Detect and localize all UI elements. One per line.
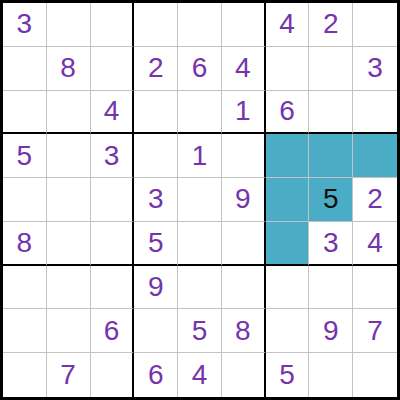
cell-r6c8[interactable]: 3: [309, 222, 353, 266]
cell-r1c6[interactable]: [222, 3, 266, 47]
cell-r9c3[interactable]: [91, 353, 135, 397]
cell-r6c2[interactable]: [47, 222, 91, 266]
cell-r8c8[interactable]: 9: [309, 309, 353, 353]
cell-r5c9[interactable]: 2: [353, 178, 397, 222]
cell-r2c5[interactable]: 6: [178, 47, 222, 91]
cell-r8c9[interactable]: 7: [353, 309, 397, 353]
cell-r7c6[interactable]: [222, 266, 266, 310]
cell-r6c7[interactable]: [266, 222, 310, 266]
cell-r4c6[interactable]: [222, 134, 266, 178]
sudoku-board: 34282643416531395285349658977645: [0, 0, 400, 400]
cell-r8c6[interactable]: 8: [222, 309, 266, 353]
cell-r9c8[interactable]: [309, 353, 353, 397]
cell-r5c4[interactable]: 3: [134, 178, 178, 222]
cell-r6c1[interactable]: 8: [3, 222, 47, 266]
cell-r5c6[interactable]: 9: [222, 178, 266, 222]
cell-r1c9[interactable]: [353, 3, 397, 47]
cell-r3c9[interactable]: [353, 91, 397, 135]
cell-r4c8[interactable]: [309, 134, 353, 178]
cell-r2c6[interactable]: 4: [222, 47, 266, 91]
cell-r4c1[interactable]: 5: [3, 134, 47, 178]
cell-r7c5[interactable]: [178, 266, 222, 310]
cell-r2c4[interactable]: 2: [134, 47, 178, 91]
cell-r4c3[interactable]: 3: [91, 134, 135, 178]
cell-r2c3[interactable]: [91, 47, 135, 91]
cell-r3c6[interactable]: 1: [222, 91, 266, 135]
cell-r9c5[interactable]: 4: [178, 353, 222, 397]
cell-r9c4[interactable]: 6: [134, 353, 178, 397]
cell-r6c9[interactable]: 4: [353, 222, 397, 266]
cell-r5c1[interactable]: [3, 178, 47, 222]
cell-r1c2[interactable]: [47, 3, 91, 47]
cell-r2c8[interactable]: [309, 47, 353, 91]
cell-r4c2[interactable]: [47, 134, 91, 178]
cell-r7c1[interactable]: [3, 266, 47, 310]
cell-r2c9[interactable]: 3: [353, 47, 397, 91]
cell-r7c8[interactable]: [309, 266, 353, 310]
cell-r8c4[interactable]: [134, 309, 178, 353]
cell-r3c2[interactable]: [47, 91, 91, 135]
cell-r1c8[interactable]: 2: [309, 3, 353, 47]
cell-r8c1[interactable]: [3, 309, 47, 353]
cell-r3c1[interactable]: [3, 91, 47, 135]
cell-r8c2[interactable]: [47, 309, 91, 353]
cell-r9c2[interactable]: 7: [47, 353, 91, 397]
cell-r5c8[interactable]: 5: [309, 178, 353, 222]
cell-r5c5[interactable]: [178, 178, 222, 222]
cell-r7c4[interactable]: 9: [134, 266, 178, 310]
cell-r3c3[interactable]: 4: [91, 91, 135, 135]
cell-r5c3[interactable]: [91, 178, 135, 222]
cell-r3c4[interactable]: [134, 91, 178, 135]
cell-r3c5[interactable]: [178, 91, 222, 135]
cell-r1c5[interactable]: [178, 3, 222, 47]
cell-r5c2[interactable]: [47, 178, 91, 222]
cell-r1c4[interactable]: [134, 3, 178, 47]
cell-r8c3[interactable]: 6: [91, 309, 135, 353]
cell-r2c2[interactable]: 8: [47, 47, 91, 91]
cell-r8c5[interactable]: 5: [178, 309, 222, 353]
cell-r4c7[interactable]: [266, 134, 310, 178]
cell-r5c7[interactable]: [266, 178, 310, 222]
cell-r4c5[interactable]: 1: [178, 134, 222, 178]
cell-r4c4[interactable]: [134, 134, 178, 178]
cell-r1c1[interactable]: 3: [3, 3, 47, 47]
cell-r6c6[interactable]: [222, 222, 266, 266]
cell-r7c2[interactable]: [47, 266, 91, 310]
cell-r9c1[interactable]: [3, 353, 47, 397]
cell-r6c5[interactable]: [178, 222, 222, 266]
cell-r3c8[interactable]: [309, 91, 353, 135]
cell-r1c3[interactable]: [91, 3, 135, 47]
cell-r3c7[interactable]: 6: [266, 91, 310, 135]
cell-r8c7[interactable]: [266, 309, 310, 353]
cell-r7c7[interactable]: [266, 266, 310, 310]
cell-r7c9[interactable]: [353, 266, 397, 310]
cell-r1c7[interactable]: 4: [266, 3, 310, 47]
cell-r2c1[interactable]: [3, 47, 47, 91]
cell-r4c9[interactable]: [353, 134, 397, 178]
cell-r9c9[interactable]: [353, 353, 397, 397]
cell-r6c3[interactable]: [91, 222, 135, 266]
cell-r7c3[interactable]: [91, 266, 135, 310]
cell-r9c7[interactable]: 5: [266, 353, 310, 397]
cell-r2c7[interactable]: [266, 47, 310, 91]
cell-r9c6[interactable]: [222, 353, 266, 397]
cell-r6c4[interactable]: 5: [134, 222, 178, 266]
